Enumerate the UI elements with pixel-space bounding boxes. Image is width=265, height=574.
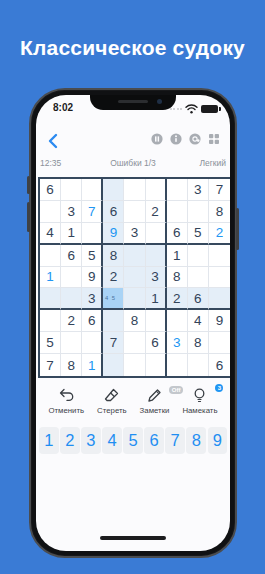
clock-time: 8:02 bbox=[53, 102, 73, 113]
camera bbox=[157, 99, 162, 104]
cell-digit: 1 bbox=[173, 248, 181, 263]
pencil-notes: 45 bbox=[103, 288, 123, 308]
cell-digit: 1 bbox=[67, 225, 75, 240]
sudoku-cell-r2c8[interactable] bbox=[188, 201, 209, 223]
sudoku-cell-r5c1[interactable]: 1 bbox=[40, 267, 61, 289]
phone-screen: 8:02 bbox=[36, 95, 230, 551]
sudoku-cell-r6c8[interactable]: 6 bbox=[188, 288, 209, 310]
numpad-button-5[interactable]: 5 bbox=[123, 427, 143, 454]
sudoku-cell-r3c3[interactable] bbox=[82, 223, 103, 245]
cell-digit: 3 bbox=[151, 269, 159, 284]
sudoku-cell-r2c9[interactable]: 8 bbox=[209, 201, 230, 223]
sudoku-cell-r2c7[interactable] bbox=[167, 201, 188, 223]
sudoku-cell-r8c5[interactable] bbox=[124, 332, 145, 354]
cell-digit: 8 bbox=[173, 269, 181, 284]
sudoku-cell-r1c9[interactable]: 7 bbox=[209, 179, 230, 201]
more-games-grid-icon[interactable] bbox=[208, 133, 220, 145]
sudoku-cell-r7c2[interactable]: 2 bbox=[61, 310, 82, 332]
sudoku-grid: 6373762841936526581192383451262684957638… bbox=[38, 177, 230, 378]
battery-icon bbox=[201, 105, 218, 113]
cell-digit: 3 bbox=[131, 225, 139, 240]
cell-digit: 3 bbox=[173, 335, 181, 350]
sudoku-cell-r6c5[interactable] bbox=[124, 288, 145, 310]
mute-switch bbox=[27, 176, 30, 194]
cell-digit: 1 bbox=[151, 291, 159, 306]
cell-digit: 9 bbox=[88, 269, 96, 284]
sudoku-cell-r7c4[interactable] bbox=[103, 310, 124, 332]
cell-digit: 4 bbox=[46, 225, 54, 240]
sudoku-cell-r7c9[interactable]: 9 bbox=[209, 310, 230, 332]
numpad-button-6[interactable]: 6 bbox=[144, 427, 164, 454]
cell-digit: 3 bbox=[88, 291, 96, 306]
sudoku-cell-r9c6[interactable] bbox=[146, 354, 167, 376]
cell-digit: 7 bbox=[110, 335, 118, 350]
cell-digit: 1 bbox=[46, 269, 54, 284]
sudoku-cell-r3c8[interactable]: 5 bbox=[188, 223, 209, 245]
sudoku-cell-r5c8[interactable] bbox=[188, 267, 209, 289]
cell-digit: 5 bbox=[46, 335, 54, 350]
sudoku-cell-r3c6[interactable] bbox=[146, 223, 167, 245]
lightbulb-icon bbox=[191, 387, 208, 404]
numpad-button-1[interactable]: 1 bbox=[39, 427, 59, 454]
cell-digit: 7 bbox=[216, 182, 224, 197]
cell-digit: 3 bbox=[67, 204, 75, 219]
info-icon[interactable] bbox=[170, 133, 182, 145]
speaker bbox=[118, 100, 148, 103]
home-indicator[interactable] bbox=[100, 536, 166, 540]
page-title: Классическое судоку bbox=[0, 36, 265, 60]
numpad-button-4[interactable]: 4 bbox=[102, 427, 122, 454]
sudoku-cell-r9c7[interactable] bbox=[167, 354, 188, 376]
sudoku-cell-r4c1[interactable] bbox=[40, 245, 61, 267]
cell-digit: 8 bbox=[216, 204, 224, 219]
sudoku-cell-r5c9[interactable] bbox=[209, 267, 230, 289]
sudoku-cell-r9c2[interactable]: 8 bbox=[61, 354, 82, 376]
sudoku-cell-r7c5[interactable]: 8 bbox=[124, 310, 145, 332]
sudoku-cell-r8c1[interactable]: 5 bbox=[40, 332, 61, 354]
sudoku-cell-r4c9[interactable] bbox=[209, 245, 230, 267]
sudoku-cell-r5c2[interactable] bbox=[61, 267, 82, 289]
notes-label: Заметки bbox=[140, 406, 170, 415]
cell-digit: 2 bbox=[173, 291, 181, 306]
cell-digit: 6 bbox=[67, 248, 75, 263]
sudoku-cell-r3c9[interactable]: 2 bbox=[209, 223, 230, 245]
back-button[interactable] bbox=[46, 132, 62, 150]
sudoku-cell-r9c4[interactable] bbox=[103, 354, 124, 376]
theme-palette-icon[interactable] bbox=[189, 133, 201, 145]
undo-button[interactable]: Отменить bbox=[48, 387, 84, 415]
cell-digit: 6 bbox=[194, 291, 202, 306]
numpad-button-2[interactable]: 2 bbox=[60, 427, 80, 454]
sudoku-cell-r9c5[interactable] bbox=[124, 354, 145, 376]
sudoku-cell-r4c8[interactable] bbox=[188, 245, 209, 267]
sudoku-cell-r8c4[interactable]: 7 bbox=[103, 332, 124, 354]
cell-digit: 6 bbox=[88, 313, 96, 328]
sudoku-cell-r8c9[interactable] bbox=[209, 332, 230, 354]
sudoku-cell-r8c6[interactable]: 6 bbox=[146, 332, 167, 354]
cell-digit: 8 bbox=[110, 248, 118, 263]
sudoku-cell-r2c5[interactable] bbox=[124, 201, 145, 223]
numpad-button-3[interactable]: 3 bbox=[81, 427, 101, 454]
cell-digit: 6 bbox=[110, 204, 118, 219]
cell-digit: 6 bbox=[151, 335, 159, 350]
sudoku-cell-r7c7[interactable] bbox=[167, 310, 188, 332]
sudoku-cell-r8c3[interactable] bbox=[82, 332, 103, 354]
cellular-icon bbox=[170, 108, 183, 110]
nav-row bbox=[36, 131, 230, 153]
sudoku-cell-r4c4[interactable]: 8 bbox=[103, 245, 124, 267]
sudoku-cell-r9c3[interactable]: 1 bbox=[82, 354, 103, 376]
cell-digit: 3 bbox=[194, 182, 202, 197]
cell-digit: 6 bbox=[46, 182, 54, 197]
hint-count-badge: 3 bbox=[215, 384, 223, 392]
sudoku-cell-r7c6[interactable] bbox=[146, 310, 167, 332]
number-pad: 123456789 bbox=[39, 427, 227, 454]
sudoku-cell-r4c3[interactable]: 5 bbox=[82, 245, 103, 267]
undo-icon bbox=[58, 387, 75, 404]
notch bbox=[90, 95, 176, 110]
sudoku-cell-r3c2[interactable]: 1 bbox=[61, 223, 82, 245]
sudoku-cell-r6c7[interactable]: 2 bbox=[167, 288, 188, 310]
numpad-button-7[interactable]: 7 bbox=[165, 427, 185, 454]
sudoku-cell-r4c7[interactable]: 1 bbox=[167, 245, 188, 267]
sudoku-cell-r1c7[interactable] bbox=[167, 179, 188, 201]
power-button bbox=[236, 208, 239, 250]
cell-digit: 4 bbox=[194, 313, 202, 328]
cell-digit: 6 bbox=[216, 358, 224, 373]
sudoku-cell-r6c3[interactable]: 3 bbox=[82, 288, 103, 310]
sudoku-cell-r4c5[interactable] bbox=[124, 245, 145, 267]
phone-frame: 8:02 bbox=[29, 88, 237, 558]
sudoku-cell-r9c8[interactable] bbox=[188, 354, 209, 376]
sudoku-cell-r2c3[interactable]: 7 bbox=[82, 201, 103, 223]
notes-off-badge: Off bbox=[169, 386, 184, 394]
cell-digit: 2 bbox=[151, 204, 159, 219]
cell-digit: 2 bbox=[110, 269, 118, 284]
sudoku-cell-r1c2[interactable] bbox=[61, 179, 82, 201]
sudoku-cell-r1c4[interactable] bbox=[103, 179, 124, 201]
sudoku-cell-r5c4[interactable]: 2 bbox=[103, 267, 124, 289]
sudoku-cell-r3c4[interactable]: 9 bbox=[103, 223, 124, 245]
volume-button bbox=[27, 202, 30, 232]
sudoku-cell-r5c3[interactable]: 9 bbox=[82, 267, 103, 289]
cell-digit: 5 bbox=[194, 225, 202, 240]
pencil-icon bbox=[146, 387, 163, 404]
numpad-button-9[interactable]: 9 bbox=[208, 427, 228, 454]
sudoku-cell-r1c5[interactable] bbox=[124, 179, 145, 201]
sudoku-cell-r4c2[interactable]: 6 bbox=[61, 245, 82, 267]
cell-digit: 2 bbox=[67, 313, 75, 328]
cell-digit: 2 bbox=[216, 225, 224, 240]
sudoku-cell-r5c6[interactable]: 3 bbox=[146, 267, 167, 289]
sudoku-cell-r2c2[interactable]: 3 bbox=[61, 201, 82, 223]
sudoku-cell-r9c9[interactable]: 6 bbox=[209, 354, 230, 376]
sudoku-cell-r6c9[interactable] bbox=[209, 288, 230, 310]
sudoku-cell-r3c1[interactable]: 4 bbox=[40, 223, 61, 245]
cell-digit: 6 bbox=[173, 225, 181, 240]
hint-label: Намекать bbox=[182, 406, 217, 415]
sudoku-cell-r1c3[interactable] bbox=[82, 179, 103, 201]
cell-digit: 5 bbox=[88, 248, 96, 263]
sudoku-cell-r3c5[interactable]: 3 bbox=[124, 223, 145, 245]
cell-digit: 8 bbox=[131, 313, 139, 328]
sudoku-cell-r5c7[interactable]: 8 bbox=[167, 267, 188, 289]
cell-digit: 7 bbox=[88, 204, 96, 219]
wifi-icon bbox=[185, 104, 198, 114]
sudoku-cell-r6c1[interactable] bbox=[40, 288, 61, 310]
game-info-row: 12:35 Ошибки 1/3 Легкий bbox=[36, 158, 230, 172]
erase-label: Стереть bbox=[97, 406, 127, 415]
cell-digit: 8 bbox=[67, 358, 75, 373]
toolbar: Отменить Стереть Off Заметки bbox=[36, 387, 230, 425]
sudoku-cell-r9c1[interactable]: 7 bbox=[40, 354, 61, 376]
sudoku-cell-r1c1[interactable]: 6 bbox=[40, 179, 61, 201]
sudoku-cell-r4c6[interactable] bbox=[146, 245, 167, 267]
sudoku-cell-r5c5[interactable] bbox=[124, 267, 145, 289]
numpad-button-8[interactable]: 8 bbox=[186, 427, 206, 454]
sudoku-cell-r6c4[interactable]: 45 bbox=[103, 288, 124, 310]
sudoku-cell-r7c8[interactable]: 4 bbox=[188, 310, 209, 332]
cell-digit: 9 bbox=[216, 313, 224, 328]
erase-button[interactable]: Стереть bbox=[97, 387, 127, 415]
sudoku-cell-r3c7[interactable]: 6 bbox=[167, 223, 188, 245]
sudoku-cell-r2c4[interactable]: 6 bbox=[103, 201, 124, 223]
difficulty-label: Легкий bbox=[199, 158, 226, 168]
cell-digit: 7 bbox=[46, 358, 54, 373]
sudoku-cell-r1c6[interactable] bbox=[146, 179, 167, 201]
undo-label: Отменить bbox=[48, 406, 84, 415]
sudoku-cell-r6c6[interactable]: 1 bbox=[146, 288, 167, 310]
pause-icon[interactable] bbox=[151, 133, 163, 145]
sudoku-cell-r6c2[interactable] bbox=[61, 288, 82, 310]
sudoku-cell-r2c1[interactable] bbox=[40, 201, 61, 223]
sudoku-cell-r2c6[interactable]: 2 bbox=[146, 201, 167, 223]
sudoku-cell-r8c8[interactable]: 8 bbox=[188, 332, 209, 354]
sudoku-cell-r8c7[interactable]: 3 bbox=[167, 332, 188, 354]
sudoku-cell-r7c3[interactable]: 6 bbox=[82, 310, 103, 332]
eraser-icon bbox=[103, 387, 120, 404]
sudoku-cell-r8c2[interactable] bbox=[61, 332, 82, 354]
sudoku-cell-r7c1[interactable] bbox=[40, 310, 61, 332]
cell-digit: 9 bbox=[110, 225, 118, 240]
cell-digit: 1 bbox=[88, 358, 96, 373]
cell-digit: 8 bbox=[194, 335, 202, 350]
sudoku-cell-r1c8[interactable]: 3 bbox=[188, 179, 209, 201]
notes-button[interactable]: Off Заметки bbox=[140, 387, 170, 415]
hint-button[interactable]: 3 Намекать bbox=[182, 387, 217, 415]
